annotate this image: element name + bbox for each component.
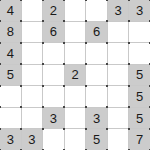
cell-r1c4[interactable] bbox=[65, 0, 86, 21]
clue-cell-r7c5: 5 bbox=[86, 129, 107, 150]
cell-r4c5[interactable] bbox=[86, 65, 107, 86]
cell-r5c4[interactable] bbox=[65, 86, 86, 107]
clue-cell-r1c1: 4 bbox=[0, 0, 21, 21]
cell-r7c4[interactable] bbox=[65, 129, 86, 150]
cell-r5c3[interactable] bbox=[43, 86, 64, 107]
clue-cell-r2c1: 8 bbox=[0, 22, 21, 43]
cell-r1c5[interactable] bbox=[86, 0, 107, 21]
clue-cell-r4c7: 5 bbox=[129, 65, 150, 86]
clue-cell-r3c1: 4 bbox=[0, 43, 21, 64]
cell-r5c6[interactable] bbox=[108, 86, 129, 107]
clue-cell-r5c7: 5 bbox=[129, 86, 150, 107]
cell-r7c6[interactable] bbox=[108, 129, 129, 150]
cell-r2c7[interactable] bbox=[129, 22, 150, 43]
cell-r6c2[interactable] bbox=[22, 108, 43, 129]
cell-r3c7[interactable] bbox=[129, 43, 150, 64]
cell-r4c3[interactable] bbox=[43, 65, 64, 86]
cell-r2c4[interactable] bbox=[65, 22, 86, 43]
cell-r6c6[interactable] bbox=[108, 108, 129, 129]
clue-cell-r1c7: 3 bbox=[129, 0, 150, 21]
clue-cell-r4c1: 5 bbox=[0, 65, 21, 86]
cell-r1c2[interactable] bbox=[22, 0, 43, 21]
clue-cell-r6c7: 5 bbox=[129, 108, 150, 129]
clue-cell-r6c3: 3 bbox=[43, 108, 64, 129]
clue-cell-r1c6: 3 bbox=[108, 0, 129, 21]
clue-cell-r1c3: 2 bbox=[43, 0, 64, 21]
clue-cell-r7c7: 7 bbox=[129, 129, 150, 150]
cell-r4c6[interactable] bbox=[108, 65, 129, 86]
clue-cell-r6c5: 3 bbox=[86, 108, 107, 129]
cell-r4c2[interactable] bbox=[22, 65, 43, 86]
cell-r2c2[interactable] bbox=[22, 22, 43, 43]
clue-cell-r7c2: 3 bbox=[22, 129, 43, 150]
cell-r5c5[interactable] bbox=[86, 86, 107, 107]
cell-r3c6[interactable] bbox=[108, 43, 129, 64]
clue-cell-r7c1: 3 bbox=[0, 129, 21, 150]
cell-r6c4[interactable] bbox=[65, 108, 86, 129]
cell-r3c5[interactable] bbox=[86, 43, 107, 64]
cell-r5c2[interactable] bbox=[22, 86, 43, 107]
clue-cell-r2c3: 6 bbox=[43, 22, 64, 43]
cell-r2c6[interactable] bbox=[108, 22, 129, 43]
cell-r7c3[interactable] bbox=[43, 129, 64, 150]
cell-r3c3[interactable] bbox=[43, 43, 64, 64]
cell-r3c2[interactable] bbox=[22, 43, 43, 64]
cell-r6c1[interactable] bbox=[0, 108, 21, 129]
clue-cell-r2c5: 6 bbox=[86, 22, 107, 43]
minesweeper-board: 4233866452553353357 bbox=[0, 0, 150, 150]
clue-cell-r4c4: 2 bbox=[65, 65, 86, 86]
cell-r5c1[interactable] bbox=[0, 86, 21, 107]
cell-r3c4[interactable] bbox=[65, 43, 86, 64]
